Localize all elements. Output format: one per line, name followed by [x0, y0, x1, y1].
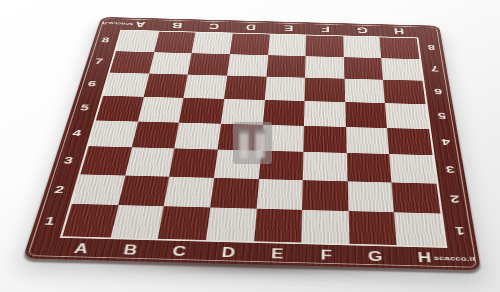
square-g8[interactable] — [343, 36, 382, 58]
watermark-bar — [255, 129, 265, 158]
file-label-top-c: C — [195, 19, 234, 32]
square-f6[interactable] — [305, 78, 345, 102]
square-a6[interactable] — [103, 73, 149, 97]
square-g3[interactable] — [347, 153, 392, 182]
square-c4[interactable] — [175, 122, 221, 149]
square-a8[interactable] — [116, 31, 159, 52]
rank-label-right-1: 1 — [443, 215, 477, 249]
square-d8[interactable] — [230, 34, 269, 55]
file-label-bottom-f: F — [302, 244, 352, 267]
square-d1[interactable] — [206, 208, 256, 242]
file-label-bottom-b: B — [103, 239, 157, 262]
square-g5[interactable] — [345, 102, 387, 128]
square-a4[interactable] — [89, 120, 138, 147]
file-label-top-g: G — [343, 23, 381, 36]
square-e2[interactable] — [256, 179, 303, 210]
square-f5[interactable] — [304, 101, 346, 127]
rank-label-right-3: 3 — [435, 156, 467, 185]
square-f2[interactable] — [302, 180, 348, 211]
rank-label-right-6: 6 — [424, 80, 452, 104]
square-c2[interactable] — [164, 177, 214, 208]
square-a1[interactable] — [63, 204, 118, 237]
square-b2[interactable] — [118, 175, 170, 206]
square-b3[interactable] — [125, 147, 175, 176]
file-label-top-d: D — [232, 20, 270, 33]
file-label-bottom-d: D — [202, 242, 253, 265]
square-h1[interactable] — [394, 213, 445, 247]
square-b5[interactable] — [138, 97, 184, 123]
square-c7[interactable] — [188, 53, 230, 76]
square-b1[interactable] — [110, 205, 164, 238]
file-label-bottom-a: A — [54, 238, 109, 261]
file-label-bottom-g: G — [351, 245, 401, 268]
square-d7[interactable] — [227, 54, 268, 77]
square-f1[interactable] — [302, 210, 350, 244]
square-e7[interactable] — [266, 55, 306, 78]
file-label-bottom-c: C — [153, 240, 205, 263]
square-h3[interactable] — [390, 154, 437, 183]
square-h8[interactable] — [380, 37, 420, 59]
square-c5[interactable] — [179, 98, 224, 124]
square-e6[interactable] — [264, 77, 305, 101]
square-a7[interactable] — [110, 51, 154, 74]
file-label-top-b: B — [158, 18, 197, 31]
square-g7[interactable] — [344, 57, 384, 80]
square-h6[interactable] — [383, 80, 425, 104]
square-h4[interactable] — [387, 128, 432, 155]
square-f4[interactable] — [304, 126, 347, 153]
square-f8[interactable] — [306, 35, 344, 57]
rank-label-right-5: 5 — [427, 104, 456, 130]
square-b7[interactable] — [149, 52, 192, 75]
file-label-top-h: H — [380, 24, 418, 37]
square-g6[interactable] — [344, 79, 385, 103]
square-c6[interactable] — [184, 75, 227, 99]
file-label-bottom-e: E — [252, 243, 302, 266]
brand-label-bottom-right: scacco.it — [433, 254, 476, 263]
square-a3[interactable] — [80, 146, 131, 175]
square-d2[interactable] — [210, 178, 258, 209]
file-label-top-e: E — [269, 21, 306, 34]
square-f7[interactable] — [305, 56, 344, 79]
square-e1[interactable] — [254, 209, 303, 243]
square-a5[interactable] — [96, 96, 143, 122]
square-h2[interactable] — [392, 182, 441, 213]
square-c1[interactable] — [158, 207, 210, 240]
square-b6[interactable] — [143, 74, 187, 98]
blurred-watermark — [233, 122, 272, 164]
square-g4[interactable] — [346, 127, 390, 154]
square-h7[interactable] — [382, 58, 423, 81]
watermark-bar — [239, 129, 249, 158]
square-c8[interactable] — [192, 33, 233, 54]
square-a2[interactable] — [72, 174, 125, 205]
square-d6[interactable] — [224, 76, 266, 100]
square-b8[interactable] — [154, 32, 196, 53]
square-f3[interactable] — [303, 152, 347, 181]
square-e8[interactable] — [268, 34, 306, 56]
square-d5[interactable] — [221, 99, 264, 125]
rank-label-right-7: 7 — [421, 58, 448, 81]
file-label-top-f: F — [307, 22, 344, 35]
rank-label-right-8: 8 — [418, 37, 445, 58]
rank-label-right-2: 2 — [439, 184, 472, 215]
square-h5[interactable] — [385, 103, 429, 129]
square-c3[interactable] — [169, 149, 217, 178]
brand-label-top-left: scacco.it — [101, 21, 134, 26]
photo-background: ABCDEFGH ABCDEFGH 87654321 87654321 scac… — [0, 0, 500, 292]
square-g2[interactable] — [347, 181, 394, 212]
square-g1[interactable] — [348, 211, 397, 245]
square-b4[interactable] — [132, 121, 180, 148]
rank-label-right-4: 4 — [431, 129, 462, 156]
